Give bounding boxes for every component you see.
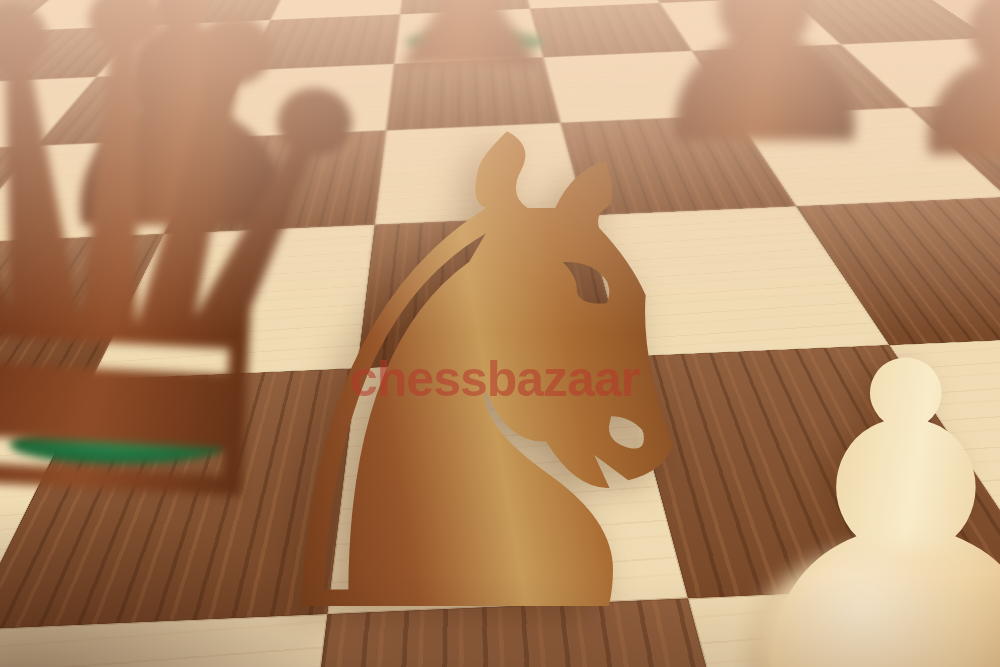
chess-photo: ♝♟♟♟♛♞♟ chessbazaar	[0, 0, 1000, 667]
black-pawn-h7: ♟	[872, 0, 1000, 197]
watermark-text: chessbazaar	[350, 350, 639, 408]
pieces-layer: ♝♟♟♟♛♞♟	[0, 0, 1000, 667]
